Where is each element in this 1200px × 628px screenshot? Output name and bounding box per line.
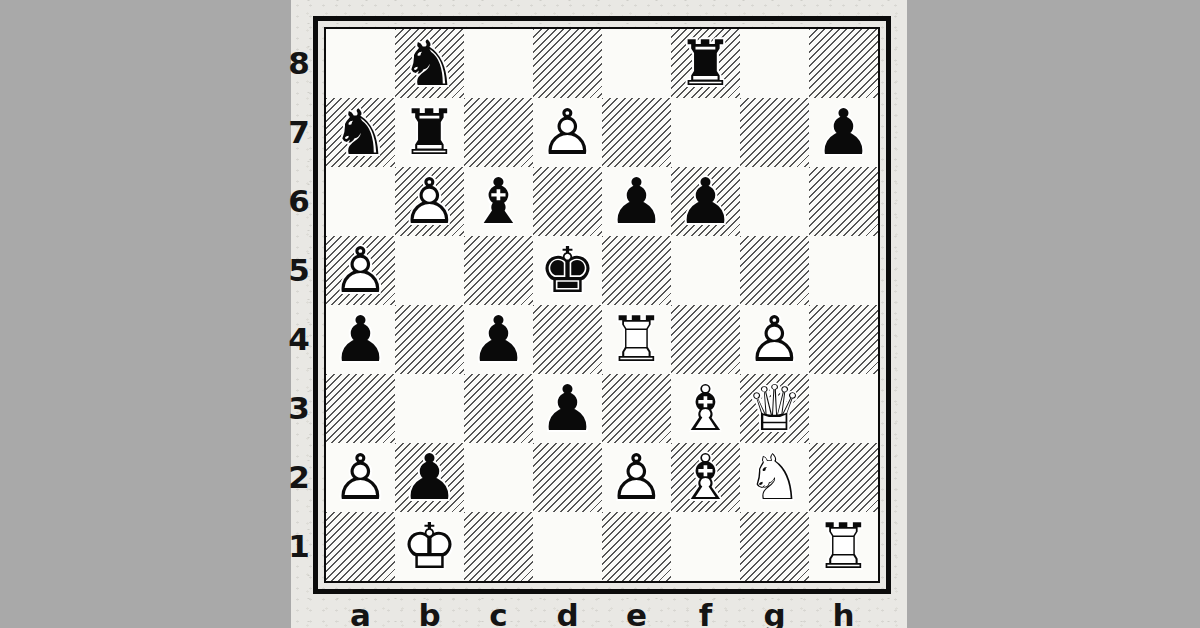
black-bishop-piece-icon: ♝ (464, 167, 533, 236)
file-label-d: d (533, 598, 602, 628)
file-labels: abcdefgh (326, 598, 878, 628)
white-rook-piece-icon: ♖ (809, 512, 878, 581)
chess-diagram: 87654321 ♞♞♜♜♞♞♜♜♟♙♟♟♟♙♝♝♟♟♟♟♟♙♚♚♟♟♟♟♜♖♟… (313, 16, 891, 594)
square-e3 (602, 374, 671, 443)
black-rook-piece-icon: ♜ (671, 29, 740, 98)
black-knight-piece-icon: ♞ (326, 98, 395, 167)
black-pawn-piece-icon: ♟ (326, 305, 395, 374)
square-e2: ♟♙ (602, 443, 671, 512)
square-g5 (740, 236, 809, 305)
square-f5 (671, 236, 740, 305)
square-a2: ♟♙ (326, 443, 395, 512)
rank-label-3: 3 (287, 374, 311, 443)
square-f6: ♟♟ (671, 167, 740, 236)
white-king-piece-icon: ♔ (395, 512, 464, 581)
square-e8 (602, 29, 671, 98)
square-c5 (464, 236, 533, 305)
square-h8 (809, 29, 878, 98)
square-g6 (740, 167, 809, 236)
white-pawn-piece-icon: ♙ (602, 443, 671, 512)
white-pawn-piece-icon: ♙ (395, 167, 464, 236)
square-a1 (326, 512, 395, 581)
file-label-h: h (809, 598, 878, 628)
square-e4: ♜♖ (602, 305, 671, 374)
square-a4: ♟♟ (326, 305, 395, 374)
square-f7 (671, 98, 740, 167)
square-b2: ♟♟ (395, 443, 464, 512)
black-pawn-piece-icon: ♟ (602, 167, 671, 236)
square-c4: ♟♟ (464, 305, 533, 374)
square-d2 (533, 443, 602, 512)
square-h2 (809, 443, 878, 512)
square-c8 (464, 29, 533, 98)
square-e6: ♟♟ (602, 167, 671, 236)
rank-label-1: 1 (287, 512, 311, 581)
white-knight-piece-icon: ♘ (740, 443, 809, 512)
file-label-a: a (326, 598, 395, 628)
square-d4 (533, 305, 602, 374)
square-g4: ♟♙ (740, 305, 809, 374)
square-e5 (602, 236, 671, 305)
square-a8 (326, 29, 395, 98)
rank-label-8: 8 (287, 29, 311, 98)
square-f8: ♜♜ (671, 29, 740, 98)
square-e7 (602, 98, 671, 167)
black-pawn-piece-icon: ♟ (464, 305, 533, 374)
rank-label-7: 7 (287, 98, 311, 167)
square-f2: ♝♗ (671, 443, 740, 512)
rank-label-5: 5 (287, 236, 311, 305)
square-h1: ♜♖ (809, 512, 878, 581)
square-f1 (671, 512, 740, 581)
white-queen-piece-icon: ♕ (740, 374, 809, 443)
square-d7: ♟♙ (533, 98, 602, 167)
square-d1 (533, 512, 602, 581)
square-h3 (809, 374, 878, 443)
black-pawn-piece-icon: ♟ (533, 374, 602, 443)
square-c7 (464, 98, 533, 167)
square-c3 (464, 374, 533, 443)
file-label-c: c (464, 598, 533, 628)
white-pawn-piece-icon: ♙ (326, 236, 395, 305)
white-rook-piece-icon: ♖ (602, 305, 671, 374)
black-king-piece-icon: ♚ (533, 236, 602, 305)
square-a5: ♟♙ (326, 236, 395, 305)
square-c6: ♝♝ (464, 167, 533, 236)
square-g8 (740, 29, 809, 98)
file-label-f: f (671, 598, 740, 628)
square-c1 (464, 512, 533, 581)
square-b3 (395, 374, 464, 443)
square-d5: ♚♚ (533, 236, 602, 305)
black-knight-piece-icon: ♞ (395, 29, 464, 98)
square-a3 (326, 374, 395, 443)
rank-label-2: 2 (287, 443, 311, 512)
chessboard: ♞♞♜♜♞♞♜♜♟♙♟♟♟♙♝♝♟♟♟♟♟♙♚♚♟♟♟♟♜♖♟♙♟♟♝♗♛♕♟♙… (326, 29, 878, 581)
white-pawn-piece-icon: ♙ (533, 98, 602, 167)
square-f3: ♝♗ (671, 374, 740, 443)
square-h5 (809, 236, 878, 305)
square-d3: ♟♟ (533, 374, 602, 443)
rank-label-6: 6 (287, 167, 311, 236)
square-b7: ♜♜ (395, 98, 464, 167)
square-h6 (809, 167, 878, 236)
square-a6 (326, 167, 395, 236)
square-d8 (533, 29, 602, 98)
square-e1 (602, 512, 671, 581)
square-b8: ♞♞ (395, 29, 464, 98)
white-bishop-piece-icon: ♗ (671, 443, 740, 512)
rank-label-4: 4 (287, 305, 311, 374)
rank-labels: 87654321 (287, 29, 311, 581)
square-g1 (740, 512, 809, 581)
square-h7: ♟♟ (809, 98, 878, 167)
file-label-g: g (740, 598, 809, 628)
white-bishop-piece-icon: ♗ (671, 374, 740, 443)
square-a7: ♞♞ (326, 98, 395, 167)
black-pawn-piece-icon: ♟ (809, 98, 878, 167)
board-inner-frame: ♞♞♜♜♞♞♜♜♟♙♟♟♟♙♝♝♟♟♟♟♟♙♚♚♟♟♟♟♜♖♟♙♟♟♝♗♛♕♟♙… (324, 27, 880, 583)
square-h4 (809, 305, 878, 374)
square-f4 (671, 305, 740, 374)
black-pawn-piece-icon: ♟ (671, 167, 740, 236)
black-pawn-piece-icon: ♟ (395, 443, 464, 512)
square-b4 (395, 305, 464, 374)
white-pawn-piece-icon: ♙ (740, 305, 809, 374)
white-pawn-piece-icon: ♙ (326, 443, 395, 512)
file-label-e: e (602, 598, 671, 628)
square-d6 (533, 167, 602, 236)
square-b5 (395, 236, 464, 305)
square-b6: ♟♙ (395, 167, 464, 236)
black-rook-piece-icon: ♜ (395, 98, 464, 167)
square-b1: ♚♔ (395, 512, 464, 581)
file-label-b: b (395, 598, 464, 628)
square-c2 (464, 443, 533, 512)
square-g7 (740, 98, 809, 167)
square-g3: ♛♕ (740, 374, 809, 443)
board-outer-frame: ♞♞♜♜♞♞♜♜♟♙♟♟♟♙♝♝♟♟♟♟♟♙♚♚♟♟♟♟♜♖♟♙♟♟♝♗♛♕♟♙… (313, 16, 891, 594)
square-g2: ♞♘ (740, 443, 809, 512)
